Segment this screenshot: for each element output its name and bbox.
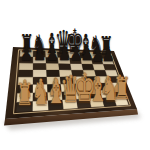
chess-set-photo: ♜♞♝♛♚♝♞♜♟♟♟♟♟♟♟♟♟♟♟♟♟♟♟♟♜♞♝♛♚♝♞♜ [0,0,150,150]
board-lighting-overlay [16,51,128,112]
chess-board [0,0,150,150]
